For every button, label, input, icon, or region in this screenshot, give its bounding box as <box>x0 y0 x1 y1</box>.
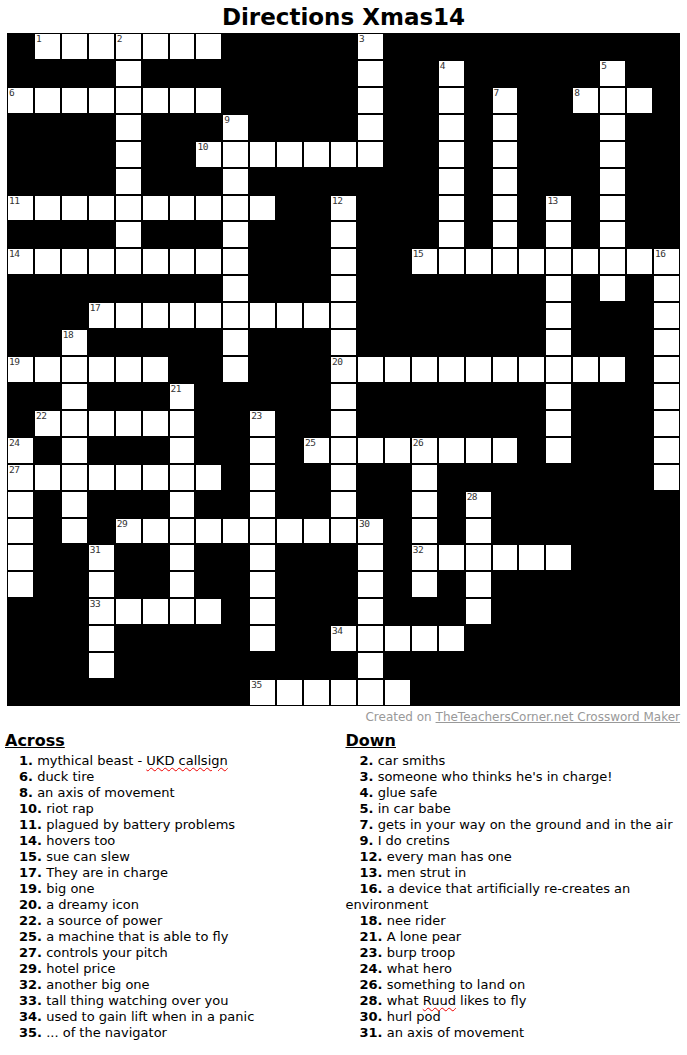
grid-block <box>384 302 411 329</box>
grid-block <box>303 114 330 141</box>
grid-cell <box>115 221 142 248</box>
grid-cell <box>411 571 438 598</box>
grid-block <box>626 168 653 195</box>
grid-cell <box>88 87 115 114</box>
grid-block <box>34 679 61 706</box>
grid-block <box>115 625 142 652</box>
grid-block <box>626 302 653 329</box>
grid-cell <box>222 302 249 329</box>
clue-number: 12. <box>360 849 383 864</box>
grid-cell <box>7 544 34 571</box>
grid-block <box>303 652 330 679</box>
cell-number: 31 <box>90 544 100 555</box>
clue-text: glue safe <box>378 785 438 800</box>
grid-block <box>303 87 330 114</box>
grid-block <box>411 168 438 195</box>
grid-cell <box>384 437 411 464</box>
grid-block <box>34 114 61 141</box>
grid-cell <box>599 275 626 302</box>
clue-number: 23. <box>360 945 383 960</box>
grid-cell <box>438 625 465 652</box>
grid-block <box>303 625 330 652</box>
grid-block <box>465 652 492 679</box>
grid-block <box>169 60 196 87</box>
grid-block <box>330 168 357 195</box>
grid-block <box>195 329 222 356</box>
grid-block <box>142 625 169 652</box>
clue-item: 16. a device that artificially re-create… <box>346 881 686 913</box>
clue-text: an axis of movement <box>37 785 174 800</box>
grid-block <box>653 571 680 598</box>
grid-cell <box>169 491 196 518</box>
grid-block <box>518 114 545 141</box>
grid-block <box>438 679 465 706</box>
cell-number: 4 <box>440 60 445 71</box>
grid-block <box>465 679 492 706</box>
grid-cell <box>88 571 115 598</box>
grid-cell <box>384 356 411 383</box>
clue-number: 29. <box>19 961 42 976</box>
grid-block <box>384 383 411 410</box>
grid-block <box>34 652 61 679</box>
grid-block <box>115 544 142 571</box>
grid-cell <box>276 302 303 329</box>
grid-cell <box>492 356 519 383</box>
grid-block <box>572 141 599 168</box>
grid-cell: 7 <box>492 87 519 114</box>
grid-block <box>465 410 492 437</box>
grid-block <box>7 329 34 356</box>
cell-number: 6 <box>9 87 14 98</box>
cell-number: 30 <box>359 518 369 529</box>
grid-block <box>34 544 61 571</box>
grid-cell <box>357 60 384 87</box>
grid-block <box>7 275 34 302</box>
clue-text: riot rap <box>46 801 94 816</box>
grid-cell <box>357 571 384 598</box>
clue-text: UKD callsign <box>146 753 227 768</box>
grid-block <box>492 33 519 60</box>
grid-cell: 33 <box>88 598 115 625</box>
grid-block <box>249 114 276 141</box>
clue-number: 22. <box>19 913 42 928</box>
grid-block <box>626 329 653 356</box>
grid-block <box>195 544 222 571</box>
grid-cell <box>599 248 626 275</box>
grid-block <box>518 60 545 87</box>
grid-block <box>572 329 599 356</box>
grid-cell <box>115 195 142 222</box>
grid-block <box>34 598 61 625</box>
grid-cell <box>169 302 196 329</box>
grid-block <box>303 571 330 598</box>
grid-cell: 32 <box>411 544 438 571</box>
grid-block <box>653 87 680 114</box>
grid-cell <box>357 87 384 114</box>
grid-block <box>276 87 303 114</box>
grid-block <box>34 221 61 248</box>
grid-block <box>142 437 169 464</box>
grid-block <box>518 625 545 652</box>
grid-block <box>7 679 34 706</box>
clue-item: 21. A lone pear <box>346 929 686 945</box>
grid-cell: 4 <box>438 60 465 87</box>
grid-block <box>61 168 88 195</box>
grid-cell <box>518 248 545 275</box>
clue-text: duck tire <box>37 769 94 784</box>
grid-cell <box>115 302 142 329</box>
grid-cell <box>357 114 384 141</box>
grid-cell <box>626 87 653 114</box>
grid-block <box>276 544 303 571</box>
grid-cell <box>249 491 276 518</box>
grid-block <box>438 491 465 518</box>
grid-block <box>438 302 465 329</box>
clue-text: a machine that is able to fly <box>46 929 228 944</box>
grid-cell <box>222 195 249 222</box>
grid-block <box>572 114 599 141</box>
clue-section: Across 1. mythical beast - UKD callsign6… <box>0 731 687 1041</box>
grid-cell <box>88 33 115 60</box>
grid-block <box>572 221 599 248</box>
grid-block <box>599 598 626 625</box>
grid-block <box>518 491 545 518</box>
grid-cell <box>518 356 545 383</box>
grid-cell <box>330 437 357 464</box>
grid-block <box>88 329 115 356</box>
footer-credit: Created on TheTeachersCorner.net Crosswo… <box>0 710 680 724</box>
clue-number: 17. <box>19 865 42 880</box>
grid-block <box>599 679 626 706</box>
grid-cell: 24 <box>7 437 34 464</box>
clue-item: 4. glue safe <box>346 785 686 801</box>
grid-cell <box>438 87 465 114</box>
grid-cell <box>384 679 411 706</box>
grid-block <box>438 329 465 356</box>
grid-block <box>384 60 411 87</box>
clue-text: likes to fly <box>456 993 526 1008</box>
grid-cell <box>653 302 680 329</box>
grid-block <box>169 141 196 168</box>
grid-cell: 1 <box>34 33 61 60</box>
grid-cell <box>545 275 572 302</box>
grid-block <box>411 679 438 706</box>
grid-block <box>653 544 680 571</box>
grid-block <box>7 652 34 679</box>
grid-cell <box>626 248 653 275</box>
grid-cell <box>169 544 196 571</box>
grid-block <box>572 652 599 679</box>
grid-block <box>653 60 680 87</box>
grid-cell <box>330 383 357 410</box>
clue-text: controls your pitch <box>46 945 168 960</box>
grid-cell <box>303 141 330 168</box>
grid-cell: 15 <box>411 248 438 275</box>
grid-cell: 28 <box>465 491 492 518</box>
grid-block <box>572 168 599 195</box>
grid-block <box>169 625 196 652</box>
grid-cell <box>142 302 169 329</box>
grid-block <box>115 652 142 679</box>
grid-cell <box>61 33 88 60</box>
cell-number: 29 <box>117 518 127 529</box>
grid-block <box>653 518 680 545</box>
clue-number: 6. <box>19 769 33 784</box>
clue-text: men strut in <box>387 865 467 880</box>
grid-cell <box>195 33 222 60</box>
grid-block <box>195 275 222 302</box>
grid-cell <box>357 625 384 652</box>
grid-block <box>88 437 115 464</box>
grid-block <box>115 383 142 410</box>
grid-cell <box>357 141 384 168</box>
grid-cell <box>492 141 519 168</box>
grid-block <box>195 60 222 87</box>
grid-cell <box>411 518 438 545</box>
grid-block <box>492 275 519 302</box>
grid-block <box>142 221 169 248</box>
grid-block <box>142 544 169 571</box>
grid-cell <box>115 141 142 168</box>
grid-block <box>465 275 492 302</box>
clue-text: mythical beast - <box>37 753 146 768</box>
grid-block <box>222 625 249 652</box>
grid-block <box>303 329 330 356</box>
grid-block <box>599 33 626 60</box>
grid-block <box>34 302 61 329</box>
grid-block <box>411 114 438 141</box>
grid-block <box>599 302 626 329</box>
grid-cell <box>545 302 572 329</box>
grid-cell <box>115 248 142 275</box>
grid-block <box>357 383 384 410</box>
grid-block <box>88 114 115 141</box>
grid-cell <box>7 491 34 518</box>
clue-item: 17. They are in charge <box>5 865 340 881</box>
grid-cell <box>599 356 626 383</box>
clue-text: A lone pear <box>387 929 462 944</box>
grid-cell <box>249 518 276 545</box>
grid-block <box>195 437 222 464</box>
grid-block <box>142 141 169 168</box>
grid-cell: 19 <box>7 356 34 383</box>
grid-block <box>411 275 438 302</box>
grid-block <box>276 60 303 87</box>
clue-text: I do cretins <box>378 833 450 848</box>
grid-cell: 18 <box>61 329 88 356</box>
grid-block <box>626 544 653 571</box>
cell-number: 2 <box>117 33 122 44</box>
grid-block <box>61 679 88 706</box>
clue-text: nee rider <box>387 913 446 928</box>
clue-text: Ruud <box>423 993 456 1008</box>
grid-block <box>384 114 411 141</box>
grid-cell <box>492 221 519 248</box>
grid-block <box>545 33 572 60</box>
grid-block <box>249 221 276 248</box>
clue-text: what <box>387 993 423 1008</box>
grid-block <box>115 329 142 356</box>
grid-block <box>438 518 465 545</box>
clue-number: 32. <box>19 977 42 992</box>
grid-block <box>222 437 249 464</box>
grid-cell <box>249 195 276 222</box>
grid-cell <box>195 302 222 329</box>
grid-block <box>653 491 680 518</box>
grid-cell <box>411 625 438 652</box>
grid-block <box>384 248 411 275</box>
grid-cell <box>276 518 303 545</box>
grid-cell <box>653 410 680 437</box>
grid-cell <box>330 679 357 706</box>
clue-number: 14. <box>19 833 42 848</box>
grid-cell <box>492 168 519 195</box>
grid-cell <box>465 598 492 625</box>
grid-block <box>626 625 653 652</box>
grid-block <box>492 410 519 437</box>
grid-block <box>195 114 222 141</box>
grid-cell <box>330 302 357 329</box>
grid-cell <box>142 195 169 222</box>
grid-block <box>384 544 411 571</box>
cell-number: 27 <box>9 464 19 475</box>
grid-block <box>653 33 680 60</box>
clue-number: 33. <box>19 993 42 1008</box>
grid-block <box>249 248 276 275</box>
grid-block <box>276 437 303 464</box>
grid-block <box>303 356 330 383</box>
grid-cell <box>88 410 115 437</box>
grid-block <box>142 114 169 141</box>
clue-text: They are in charge <box>46 865 168 880</box>
grid-block <box>88 221 115 248</box>
grid-block <box>88 679 115 706</box>
cell-number: 19 <box>9 356 19 367</box>
clue-item: 11. plagued by battery problems <box>5 817 340 833</box>
grid-block <box>545 679 572 706</box>
grid-block <box>276 248 303 275</box>
grid-block <box>572 518 599 545</box>
grid-block <box>34 491 61 518</box>
grid-cell <box>222 221 249 248</box>
clue-item: 18. nee rider <box>346 913 686 929</box>
grid-block <box>222 33 249 60</box>
clue-text: tall thing watching over you <box>46 993 228 1008</box>
grid-block <box>61 544 88 571</box>
grid-cell <box>169 33 196 60</box>
grid-block <box>572 60 599 87</box>
grid-cell: 20 <box>330 356 357 383</box>
grid-block <box>465 168 492 195</box>
clue-item: 27. controls your pitch <box>5 945 340 961</box>
grid-block <box>653 114 680 141</box>
grid-block <box>572 33 599 60</box>
grid-block <box>34 329 61 356</box>
grid-block <box>465 383 492 410</box>
clue-item: 32. another big one <box>5 977 340 993</box>
grid-cell <box>545 383 572 410</box>
grid-block <box>276 168 303 195</box>
clue-item: 31. an axis of movement <box>346 1025 686 1041</box>
grid-block <box>276 33 303 60</box>
cell-number: 3 <box>359 33 364 44</box>
grid-cell <box>653 329 680 356</box>
grid-cell <box>357 652 384 679</box>
grid-cell <box>653 356 680 383</box>
grid-block <box>330 652 357 679</box>
grid-cell <box>357 679 384 706</box>
grid-block <box>572 679 599 706</box>
grid-cell <box>169 195 196 222</box>
grid-block <box>626 437 653 464</box>
clue-number: 21. <box>360 929 383 944</box>
clue-number: 11. <box>19 817 42 832</box>
grid-cell <box>249 598 276 625</box>
grid-block <box>545 491 572 518</box>
grid-cell <box>545 221 572 248</box>
grid-block <box>222 544 249 571</box>
grid-cell <box>653 464 680 491</box>
grid-cell <box>169 410 196 437</box>
grid-block <box>330 60 357 87</box>
clue-item: 2. car smiths <box>346 753 686 769</box>
grid-cell: 21 <box>169 383 196 410</box>
grid-block <box>465 329 492 356</box>
grid-block <box>303 544 330 571</box>
grid-block <box>626 33 653 60</box>
grid-block <box>7 302 34 329</box>
puzzle-title: Directions Xmas14 <box>0 4 687 30</box>
grid-block <box>653 652 680 679</box>
grid-block <box>572 544 599 571</box>
footer-credit-link[interactable]: TheTeachersCorner.net Crossword Maker <box>436 710 680 724</box>
grid-block <box>545 518 572 545</box>
grid-cell: 6 <box>7 87 34 114</box>
clue-number: 18. <box>360 913 383 928</box>
grid-cell <box>34 356 61 383</box>
clue-number: 20. <box>19 897 42 912</box>
grid-block <box>169 114 196 141</box>
cell-number: 7 <box>494 87 499 98</box>
grid-cell <box>61 356 88 383</box>
grid-block <box>303 410 330 437</box>
grid-block <box>572 571 599 598</box>
grid-block <box>222 60 249 87</box>
grid-block <box>303 248 330 275</box>
grid-block <box>599 464 626 491</box>
grid-block <box>88 383 115 410</box>
grid-block <box>34 625 61 652</box>
grid-block <box>545 87 572 114</box>
grid-block <box>303 383 330 410</box>
grid-block <box>276 356 303 383</box>
grid-block <box>411 598 438 625</box>
grid-block <box>492 518 519 545</box>
grid-cell <box>303 679 330 706</box>
grid-block <box>492 625 519 652</box>
grid-block <box>357 248 384 275</box>
grid-block <box>222 571 249 598</box>
grid-block <box>411 329 438 356</box>
grid-block <box>438 652 465 679</box>
grid-cell <box>249 625 276 652</box>
grid-block <box>411 302 438 329</box>
grid-block <box>88 275 115 302</box>
clue-text: someone who thinks he's in charge! <box>378 769 613 784</box>
clue-number: 28. <box>360 993 383 1008</box>
grid-block <box>599 571 626 598</box>
grid-block <box>465 33 492 60</box>
